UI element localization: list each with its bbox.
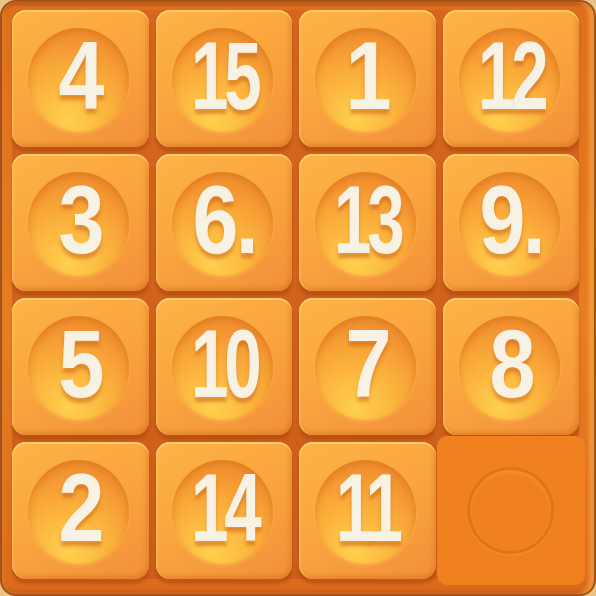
tile-number: 13	[319, 154, 415, 291]
tile-9[interactable]: 9.	[443, 154, 580, 291]
cell-r2c1: 3	[12, 154, 149, 291]
tile-number: 14	[176, 442, 272, 579]
cell-r1c2: 15	[156, 10, 293, 147]
tile-number: 12	[463, 10, 559, 147]
tile-number: 7	[309, 298, 426, 435]
tile-13[interactable]: 13	[299, 154, 436, 291]
tile-number: 4	[22, 10, 139, 147]
tile-number: 2	[22, 442, 139, 579]
tile-number: 10	[176, 298, 272, 435]
tile-1[interactable]: 1	[299, 10, 436, 147]
cell-r1c4: 12	[443, 10, 580, 147]
tile-10[interactable]: 10	[156, 298, 293, 435]
empty-slot-ring	[467, 467, 555, 555]
puzzle-board: 41511236.139.5107821411	[0, 0, 596, 596]
tile-number: 1	[309, 10, 426, 147]
tile-8[interactable]: 8	[443, 298, 580, 435]
tile-2[interactable]: 2	[12, 442, 149, 579]
cell-r4c2: 14	[156, 442, 293, 579]
tile-number: 5	[22, 298, 139, 435]
cell-r3c3: 7	[299, 298, 436, 435]
cell-r4c1: 2	[12, 442, 149, 579]
tile-number: 15	[176, 10, 272, 147]
cell-r2c3: 13	[299, 154, 436, 291]
tile-15[interactable]: 15	[156, 10, 293, 147]
screenshot-stage: 41511236.139.5107821411	[0, 0, 596, 596]
tile-7[interactable]: 7	[299, 298, 436, 435]
cell-r1c3: 1	[299, 10, 436, 147]
cell-r4c4	[443, 442, 580, 579]
tile-number: 11	[319, 442, 415, 579]
cell-r1c1: 4	[12, 10, 149, 147]
cell-r3c2: 10	[156, 298, 293, 435]
tile-14[interactable]: 14	[156, 442, 293, 579]
cell-r4c3: 11	[299, 442, 436, 579]
tile-number: 9.	[452, 154, 569, 291]
tile-11[interactable]: 11	[299, 442, 436, 579]
puzzle-grid: 41511236.139.5107821411	[12, 10, 579, 579]
tile-12[interactable]: 12	[443, 10, 580, 147]
cell-r3c1: 5	[12, 298, 149, 435]
tile-number: 6.	[165, 154, 282, 291]
tile-6[interactable]: 6.	[156, 154, 293, 291]
tile-3[interactable]: 3	[12, 154, 149, 291]
cell-r3c4: 8	[443, 298, 580, 435]
cell-r2c4: 9.	[443, 154, 580, 291]
tile-4[interactable]: 4	[12, 10, 149, 147]
tile-5[interactable]: 5	[12, 298, 149, 435]
tile-number: 3	[22, 154, 139, 291]
empty-slot	[437, 436, 586, 585]
tile-number: 8	[452, 298, 569, 435]
cell-r2c2: 6.	[156, 154, 293, 291]
